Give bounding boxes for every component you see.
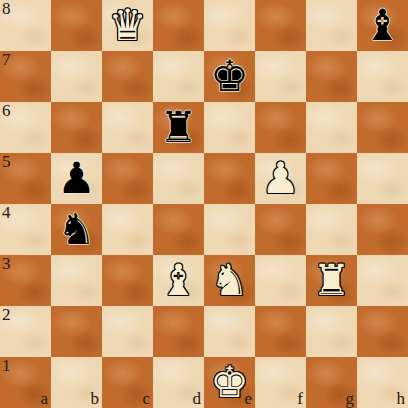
square-e5[interactable] [204,153,255,204]
square-b2[interactable] [51,306,102,357]
square-b5[interactable]: ♟ [51,153,102,204]
square-h8[interactable]: ♝ [357,0,408,51]
rank-label-8: 8 [2,0,11,18]
piece-white-queen-c8[interactable]: ♛ [108,0,147,51]
file-label-c: c [142,390,150,408]
rank-label-4: 4 [2,204,11,222]
square-e1[interactable]: e♚ [204,357,255,408]
square-c8[interactable]: ♛ [102,0,153,51]
square-f7[interactable] [255,51,306,102]
square-g2[interactable] [306,306,357,357]
square-h5[interactable] [357,153,408,204]
square-d1[interactable]: d [153,357,204,408]
piece-white-knight-e3[interactable]: ♞ [210,255,249,306]
square-h1[interactable]: h [357,357,408,408]
square-a6[interactable]: 6 [0,102,51,153]
square-d8[interactable] [153,0,204,51]
square-d2[interactable] [153,306,204,357]
rank-label-6: 6 [2,102,11,120]
square-f2[interactable] [255,306,306,357]
rank-label-7: 7 [2,51,11,69]
chess-board: 8♛♝7♚6♜5♟♟4♞3♝♞♜21abcde♚fgh [0,0,408,408]
square-h4[interactable] [357,204,408,255]
piece-white-bishop-d3[interactable]: ♝ [159,255,198,306]
square-g1[interactable]: g [306,357,357,408]
piece-black-rook-d6[interactable]: ♜ [159,102,198,153]
square-a2[interactable]: 2 [0,306,51,357]
square-h3[interactable] [357,255,408,306]
square-g5[interactable] [306,153,357,204]
square-a3[interactable]: 3 [0,255,51,306]
file-label-e: e [244,390,252,408]
piece-white-rook-g3[interactable]: ♜ [312,255,351,306]
piece-black-pawn-b5[interactable]: ♟ [57,153,96,204]
file-label-f: f [297,390,303,408]
square-g6[interactable] [306,102,357,153]
square-c2[interactable] [102,306,153,357]
rank-label-2: 2 [2,306,11,324]
piece-black-king-e7[interactable]: ♚ [210,51,249,102]
square-c5[interactable] [102,153,153,204]
square-c1[interactable]: c [102,357,153,408]
file-label-a: a [40,390,48,408]
rank-label-1: 1 [2,357,11,375]
square-d6[interactable]: ♜ [153,102,204,153]
square-g4[interactable] [306,204,357,255]
square-a7[interactable]: 7 [0,51,51,102]
square-b6[interactable] [51,102,102,153]
square-b8[interactable] [51,0,102,51]
square-f8[interactable] [255,0,306,51]
square-e7[interactable]: ♚ [204,51,255,102]
file-label-g: g [346,390,355,408]
square-a4[interactable]: 4 [0,204,51,255]
square-h7[interactable] [357,51,408,102]
square-b7[interactable] [51,51,102,102]
square-f6[interactable] [255,102,306,153]
piece-black-bishop-h8[interactable]: ♝ [363,0,402,51]
piece-black-knight-b4[interactable]: ♞ [57,204,96,255]
square-g8[interactable] [306,0,357,51]
file-label-b: b [91,390,100,408]
square-g7[interactable] [306,51,357,102]
square-b3[interactable] [51,255,102,306]
square-h2[interactable] [357,306,408,357]
square-e4[interactable] [204,204,255,255]
square-e6[interactable] [204,102,255,153]
square-a5[interactable]: 5 [0,153,51,204]
square-d4[interactable] [153,204,204,255]
file-label-h: h [397,390,406,408]
square-f1[interactable]: f [255,357,306,408]
square-g3[interactable]: ♜ [306,255,357,306]
square-c6[interactable] [102,102,153,153]
square-e8[interactable] [204,0,255,51]
square-a1[interactable]: 1a [0,357,51,408]
rank-label-3: 3 [2,255,11,273]
square-c4[interactable] [102,204,153,255]
square-f4[interactable] [255,204,306,255]
square-b4[interactable]: ♞ [51,204,102,255]
square-d7[interactable] [153,51,204,102]
rank-label-5: 5 [2,153,11,171]
square-f3[interactable] [255,255,306,306]
piece-white-pawn-f5[interactable]: ♟ [261,153,300,204]
file-label-d: d [193,390,202,408]
square-d3[interactable]: ♝ [153,255,204,306]
square-d5[interactable] [153,153,204,204]
square-c7[interactable] [102,51,153,102]
square-b1[interactable]: b [51,357,102,408]
piece-white-king-e1[interactable]: ♚ [210,357,249,408]
square-a8[interactable]: 8 [0,0,51,51]
square-h6[interactable] [357,102,408,153]
square-e3[interactable]: ♞ [204,255,255,306]
square-c3[interactable] [102,255,153,306]
square-f5[interactable]: ♟ [255,153,306,204]
square-e2[interactable] [204,306,255,357]
